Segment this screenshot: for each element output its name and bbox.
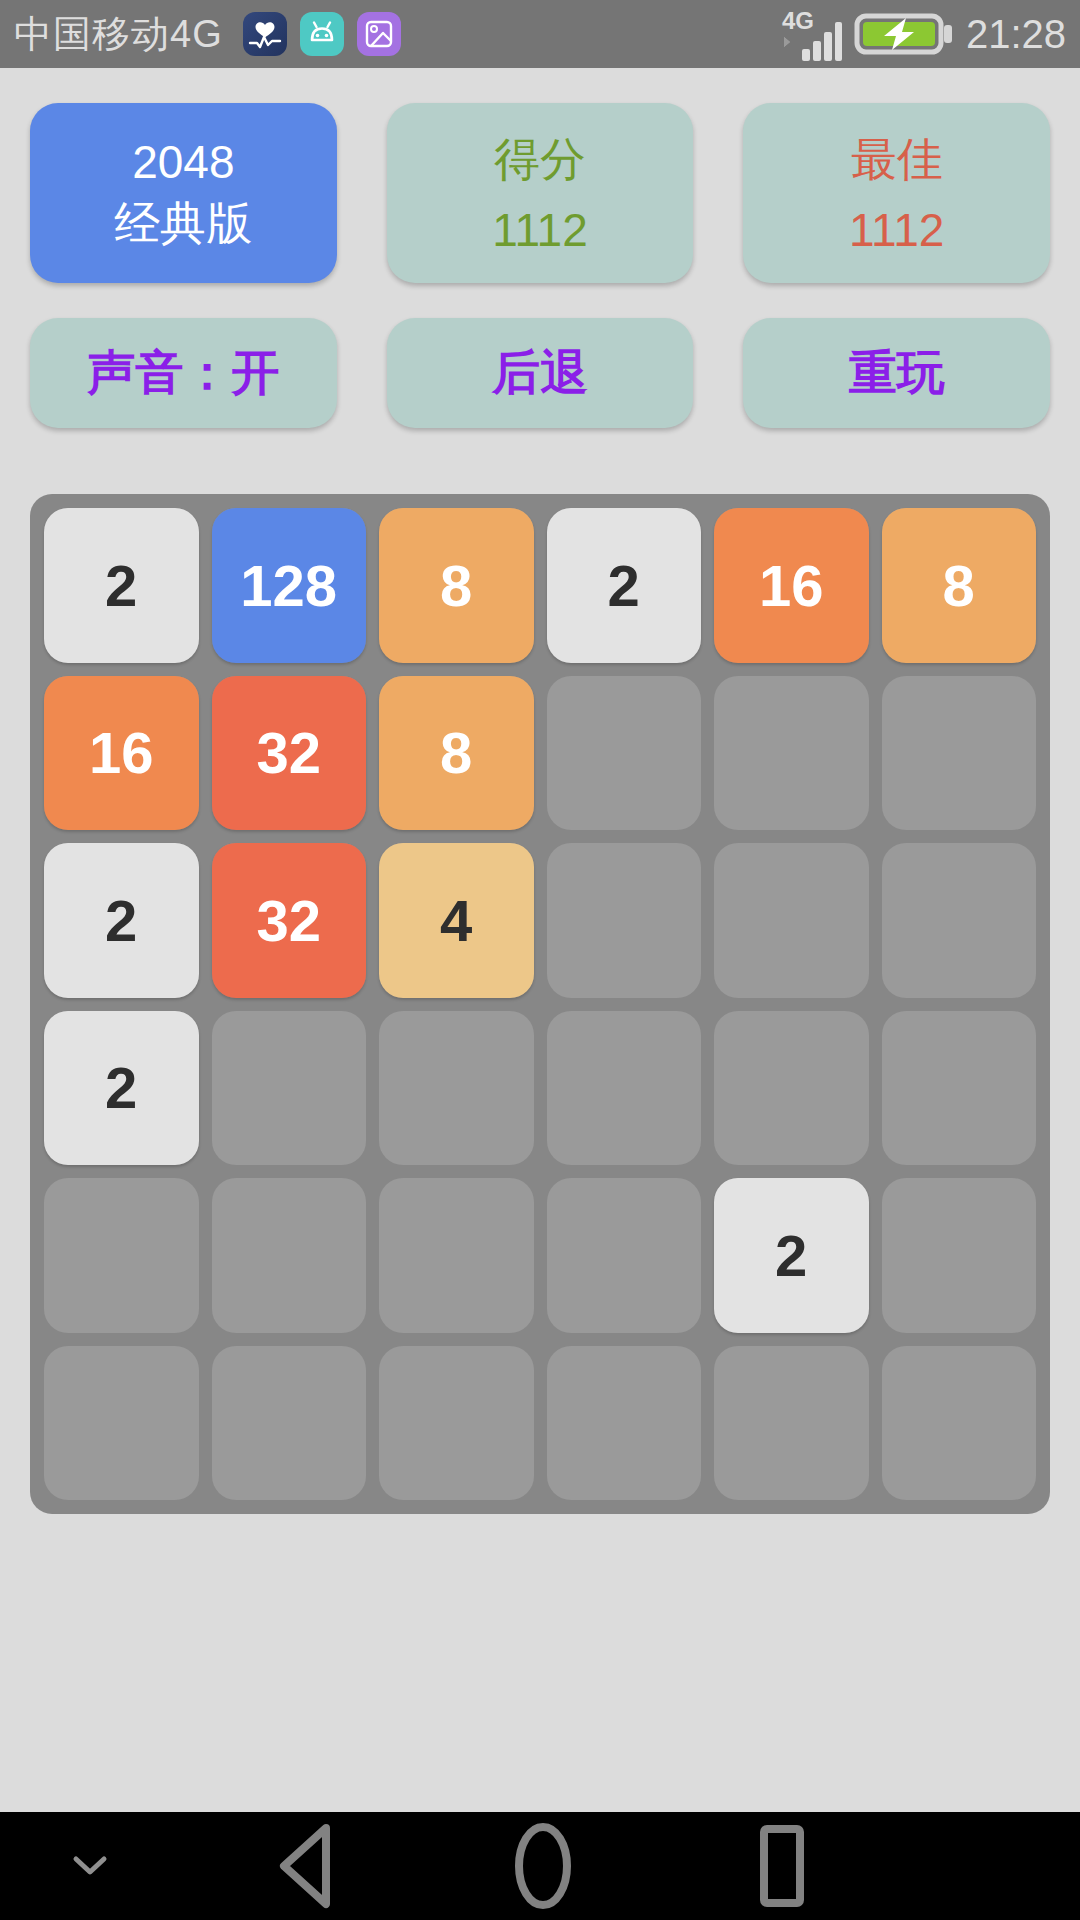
undo-button[interactable]: 后退 — [387, 318, 694, 428]
network-type-label: 4G — [782, 7, 814, 34]
cell-r4c5 — [714, 1011, 869, 1166]
cell-r4c6 — [882, 1011, 1037, 1166]
carrier-label: 中国移动4G — [14, 9, 223, 60]
cell-r1c5: 16 — [714, 508, 869, 663]
tile-2: 2 — [547, 508, 702, 663]
cell-r4c2 — [212, 1011, 367, 1166]
cell-r5c1 — [44, 1178, 199, 1333]
tile-8: 8 — [379, 508, 534, 663]
home-button-icon[interactable] — [508, 1819, 578, 1913]
signal-icon: 4G — [764, 5, 842, 63]
tile-32: 32 — [212, 676, 367, 831]
cell-r6c2 — [212, 1346, 367, 1501]
best-label: 最佳 — [851, 129, 943, 191]
tile-8: 8 — [882, 508, 1037, 663]
cell-r4c1: 2 — [44, 1011, 199, 1166]
cell-r5c6 — [882, 1178, 1037, 1333]
tile-8: 8 — [379, 676, 534, 831]
cell-r5c2 — [212, 1178, 367, 1333]
score-value: 1112 — [492, 203, 588, 257]
cell-r3c4 — [547, 843, 702, 998]
tile-128: 128 — [212, 508, 367, 663]
cell-r4c4 — [547, 1011, 702, 1166]
tile-2: 2 — [44, 508, 199, 663]
tile-32: 32 — [212, 843, 367, 998]
tile-4: 4 — [379, 843, 534, 998]
score-card: 得分 1112 — [387, 103, 694, 283]
cell-r2c6 — [882, 676, 1037, 831]
cell-r3c5 — [714, 843, 869, 998]
navigation-bar — [0, 1812, 1080, 1920]
gallery-app-icon — [357, 12, 401, 56]
battery-icon — [854, 9, 954, 59]
cell-r6c4 — [547, 1346, 702, 1501]
recents-button-icon[interactable] — [755, 1821, 809, 1911]
clock: 21:28 — [966, 12, 1066, 57]
tile-2: 2 — [714, 1178, 869, 1333]
tile-2: 2 — [44, 843, 199, 998]
cell-r6c5 — [714, 1346, 869, 1501]
cell-r2c2: 32 — [212, 676, 367, 831]
cell-r2c4 — [547, 676, 702, 831]
sound-toggle-button[interactable]: 声音：开 — [30, 318, 337, 428]
game-board[interactable]: 21288216816328232422 — [30, 494, 1050, 1514]
status-bar: 中国移动4G — [0, 0, 1080, 68]
tile-16: 16 — [44, 676, 199, 831]
cell-r1c2: 128 — [212, 508, 367, 663]
cell-r2c5 — [714, 676, 869, 831]
android-robot-app-icon — [300, 12, 344, 56]
tile-16: 16 — [714, 508, 869, 663]
best-score-card: 最佳 1112 — [743, 103, 1050, 283]
restart-button[interactable]: 重玩 — [743, 318, 1050, 428]
cell-r5c3 — [379, 1178, 534, 1333]
cell-r1c3: 8 — [379, 508, 534, 663]
app-title-line2: 经典版 — [114, 193, 252, 254]
phone-screen: 中国移动4G — [0, 0, 1080, 1920]
cell-r3c3: 4 — [379, 843, 534, 998]
best-value: 1112 — [849, 203, 945, 257]
cell-r6c6 — [882, 1346, 1037, 1501]
cell-r1c1: 2 — [44, 508, 199, 663]
cell-r1c4: 2 — [547, 508, 702, 663]
cell-r3c2: 32 — [212, 843, 367, 998]
cell-r3c6 — [882, 843, 1037, 998]
cell-r5c4 — [547, 1178, 702, 1333]
health-heart-pulse-app-icon — [243, 12, 287, 56]
cell-r2c3: 8 — [379, 676, 534, 831]
cell-r3c1: 2 — [44, 843, 199, 998]
cell-r2c1: 16 — [44, 676, 199, 831]
header: 2048 经典版 得分 1112 最佳 1112 声音：开 后退 重玩 — [30, 103, 1050, 428]
cell-r6c1 — [44, 1346, 199, 1501]
tile-2: 2 — [44, 1011, 199, 1166]
cell-r6c3 — [379, 1346, 534, 1501]
app-title-card: 2048 经典版 — [30, 103, 337, 283]
cell-r1c6: 8 — [882, 508, 1037, 663]
score-label: 得分 — [494, 129, 586, 191]
notification-icons — [243, 12, 401, 56]
app-title-line1: 2048 — [132, 132, 234, 193]
hide-navbar-chevron-icon[interactable] — [70, 1855, 110, 1877]
cell-r4c3 — [379, 1011, 534, 1166]
cell-r5c5: 2 — [714, 1178, 869, 1333]
back-button-icon[interactable] — [272, 1820, 338, 1912]
